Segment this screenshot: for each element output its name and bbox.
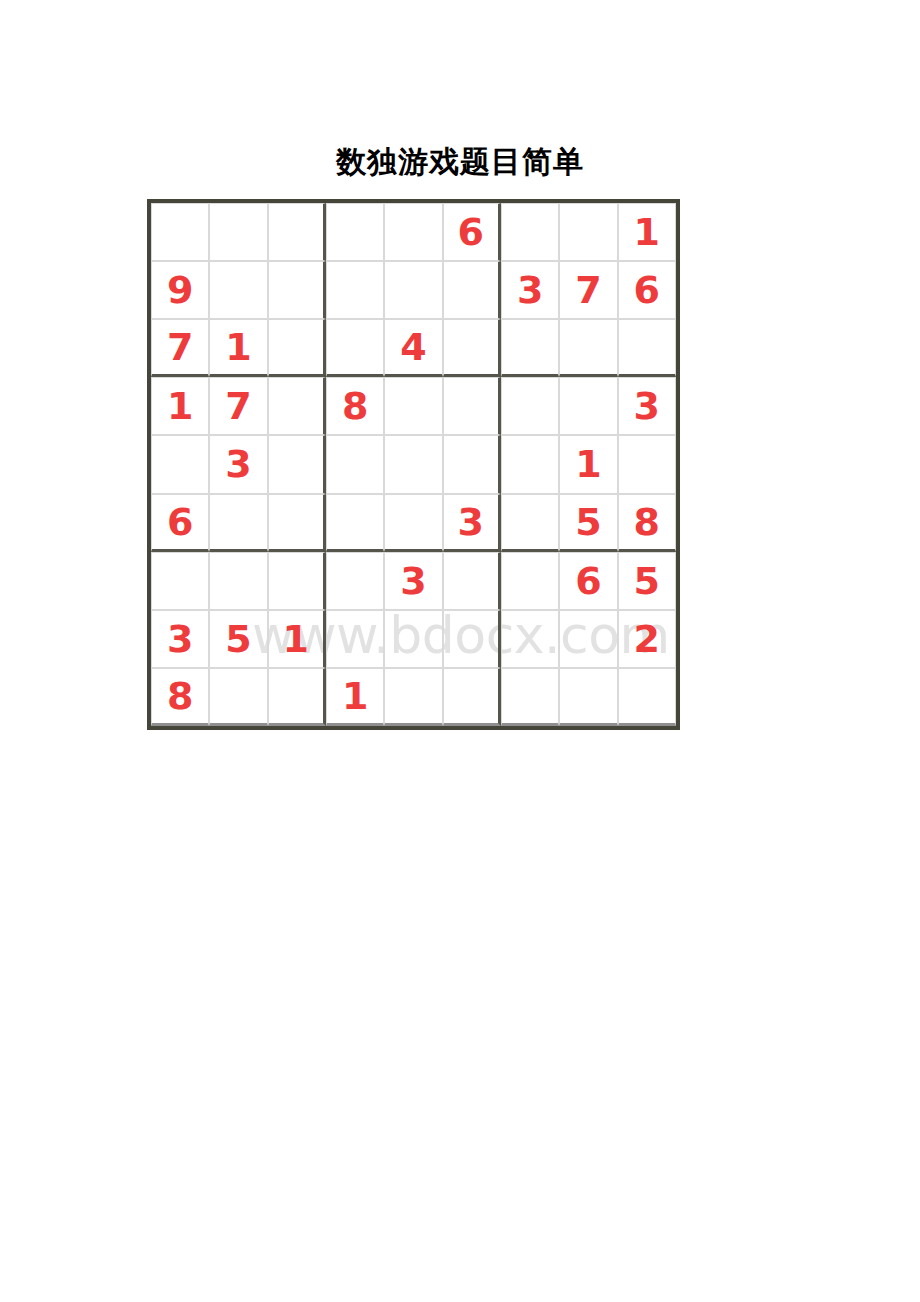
given-digit: 7 <box>575 271 601 309</box>
given-digit: 3 <box>634 387 660 425</box>
sudoku-cell-r8c1: 3 <box>151 610 209 668</box>
sudoku-cell-r8c6 <box>443 610 501 668</box>
sudoku-cell-r9c5 <box>384 668 442 726</box>
sudoku-cell-r9c1: 8 <box>151 668 209 726</box>
sudoku-board: www.bdocx.com 61937671417833163583653512… <box>147 199 680 730</box>
sudoku-cell-r4c7 <box>501 377 559 435</box>
page-title: 数独游戏题目简单 <box>0 142 920 183</box>
sudoku-cell-r1c7 <box>501 203 559 261</box>
given-digit: 6 <box>634 271 660 309</box>
sudoku-cell-r5c7 <box>501 435 559 493</box>
sudoku-cell-r6c7 <box>501 494 559 552</box>
sudoku-cell-r9c9 <box>618 668 676 726</box>
sudoku-cell-r8c4 <box>326 610 384 668</box>
sudoku-cell-r5c3 <box>268 435 326 493</box>
sudoku-cell-r6c1: 6 <box>151 494 209 552</box>
sudoku-cell-r4c4: 8 <box>326 377 384 435</box>
sudoku-cell-r7c6 <box>443 552 501 610</box>
sudoku-cell-r9c7 <box>501 668 559 726</box>
sudoku-cell-r9c6 <box>443 668 501 726</box>
sudoku-cell-r5c6 <box>443 435 501 493</box>
sudoku-cell-r7c2 <box>209 552 267 610</box>
given-digit: 9 <box>167 271 193 309</box>
given-digit: 8 <box>167 677 193 715</box>
sudoku-cell-r3c3 <box>268 319 326 377</box>
given-digit: 7 <box>167 328 193 366</box>
sudoku-cell-r1c5 <box>384 203 442 261</box>
sudoku-cell-r5c2: 3 <box>209 435 267 493</box>
sudoku-cell-r6c3 <box>268 494 326 552</box>
given-digit: 8 <box>342 387 368 425</box>
sudoku-cell-r5c5 <box>384 435 442 493</box>
sudoku-cell-r7c5: 3 <box>384 552 442 610</box>
sudoku-cell-r4c1: 1 <box>151 377 209 435</box>
given-digit: 5 <box>634 562 660 600</box>
sudoku-cell-r4c2: 7 <box>209 377 267 435</box>
sudoku-cell-r3c2: 1 <box>209 319 267 377</box>
sudoku-cell-r6c2 <box>209 494 267 552</box>
sudoku-cell-r2c2 <box>209 261 267 319</box>
given-digit: 7 <box>225 387 251 425</box>
given-digit: 1 <box>634 213 660 251</box>
sudoku-cell-r6c5 <box>384 494 442 552</box>
given-digit: 3 <box>167 620 193 658</box>
sudoku-cell-r9c3 <box>268 668 326 726</box>
sudoku-cell-r8c2: 5 <box>209 610 267 668</box>
sudoku-cell-r2c1: 9 <box>151 261 209 319</box>
sudoku-cell-r8c5 <box>384 610 442 668</box>
sudoku-cell-r1c4 <box>326 203 384 261</box>
given-digit: 1 <box>167 387 193 425</box>
sudoku-cell-r4c5 <box>384 377 442 435</box>
sudoku-cell-r1c1 <box>151 203 209 261</box>
given-digit: 3 <box>458 503 484 541</box>
sudoku-cell-r3c7 <box>501 319 559 377</box>
sudoku-cell-r5c9 <box>618 435 676 493</box>
sudoku-cell-r7c9: 5 <box>618 552 676 610</box>
given-digit: 1 <box>225 328 251 366</box>
sudoku-cell-r5c1 <box>151 435 209 493</box>
sudoku-cell-r1c9: 1 <box>618 203 676 261</box>
sudoku-cell-r1c8 <box>559 203 617 261</box>
sudoku-cell-r6c8: 5 <box>559 494 617 552</box>
sudoku-cell-r3c4 <box>326 319 384 377</box>
given-digit: 5 <box>225 620 251 658</box>
sudoku-cell-r7c7 <box>501 552 559 610</box>
sudoku-cell-r1c6: 6 <box>443 203 501 261</box>
given-digit: 1 <box>342 677 368 715</box>
given-digit: 8 <box>634 503 660 541</box>
sudoku-cell-r5c8: 1 <box>559 435 617 493</box>
sudoku-cell-r4c6 <box>443 377 501 435</box>
sudoku-cell-r9c4: 1 <box>326 668 384 726</box>
sudoku-cell-r4c3 <box>268 377 326 435</box>
sudoku-cell-r2c4 <box>326 261 384 319</box>
sudoku-cell-r8c7 <box>501 610 559 668</box>
sudoku-cell-r9c2 <box>209 668 267 726</box>
sudoku-cell-r7c4 <box>326 552 384 610</box>
given-digit: 3 <box>400 562 426 600</box>
sudoku-cell-r1c3 <box>268 203 326 261</box>
given-digit: 1 <box>575 445 601 483</box>
sudoku-cell-r7c8: 6 <box>559 552 617 610</box>
sudoku-cell-r2c7: 3 <box>501 261 559 319</box>
sudoku-cell-r8c8 <box>559 610 617 668</box>
given-digit: 6 <box>458 213 484 251</box>
sudoku-cell-r2c5 <box>384 261 442 319</box>
sudoku-cell-r6c4 <box>326 494 384 552</box>
given-digit: 3 <box>225 445 251 483</box>
sudoku-cell-r3c6 <box>443 319 501 377</box>
sudoku-cell-r1c2 <box>209 203 267 261</box>
given-digit: 1 <box>283 620 309 658</box>
sudoku-cell-r2c8: 7 <box>559 261 617 319</box>
sudoku-cell-r3c9 <box>618 319 676 377</box>
sudoku-cell-r2c3 <box>268 261 326 319</box>
given-digit: 2 <box>634 620 660 658</box>
sudoku-cell-r8c3: 1 <box>268 610 326 668</box>
sudoku-cell-r3c1: 7 <box>151 319 209 377</box>
given-digit: 4 <box>400 328 426 366</box>
given-digit: 6 <box>575 562 601 600</box>
sudoku-cell-r2c6 <box>443 261 501 319</box>
sudoku-cell-r3c5: 4 <box>384 319 442 377</box>
document-page: { "title": "数独游戏题目简单", "watermark": "www… <box>0 0 920 1302</box>
sudoku-cell-r3c8 <box>559 319 617 377</box>
sudoku-cell-r5c4 <box>326 435 384 493</box>
given-digit: 3 <box>517 271 543 309</box>
given-digit: 6 <box>167 503 193 541</box>
sudoku-cell-r9c8 <box>559 668 617 726</box>
given-digit: 5 <box>575 503 601 541</box>
sudoku-cell-r6c9: 8 <box>618 494 676 552</box>
sudoku-cell-r4c9: 3 <box>618 377 676 435</box>
sudoku-cell-r7c1 <box>151 552 209 610</box>
sudoku-cell-r2c9: 6 <box>618 261 676 319</box>
sudoku-cell-r8c9: 2 <box>618 610 676 668</box>
sudoku-cell-r6c6: 3 <box>443 494 501 552</box>
sudoku-cell-r4c8 <box>559 377 617 435</box>
sudoku-cell-r7c3 <box>268 552 326 610</box>
